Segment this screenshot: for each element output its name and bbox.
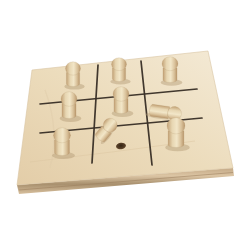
peg-head (61, 92, 77, 107)
tictactoe-photo-svg (0, 0, 250, 250)
product-photo-stage (0, 0, 250, 250)
peg-head (162, 57, 178, 71)
peg-head (113, 87, 129, 102)
peg-head (54, 128, 71, 143)
peg-body (149, 104, 170, 119)
peg-head (112, 58, 127, 71)
peg-head (66, 62, 81, 75)
peg-head (167, 118, 185, 134)
